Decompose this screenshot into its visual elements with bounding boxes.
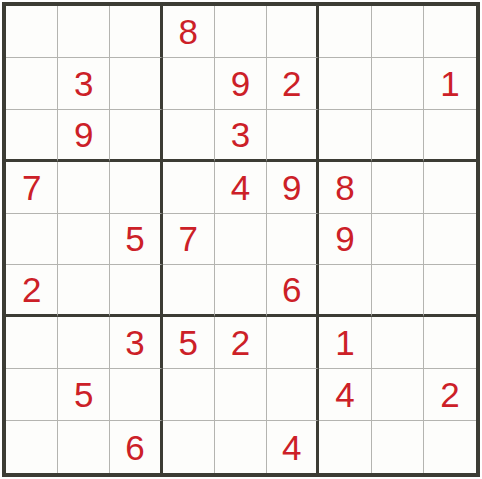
given-digit: 2	[282, 66, 301, 101]
given-digit: 4	[282, 430, 301, 465]
sudoku-cell-r3c3[interactable]	[110, 110, 162, 162]
given-digit: 5	[74, 377, 93, 412]
given-digit: 7	[22, 170, 41, 205]
sudoku-cell-r1c7[interactable]	[319, 6, 371, 58]
sudoku-cell-r7c2[interactable]	[58, 317, 110, 369]
given-digit: 2	[440, 377, 459, 412]
sudoku-cell-r3c9[interactable]	[424, 110, 476, 162]
sudoku-cell-r6c2[interactable]	[58, 265, 110, 317]
sudoku-cell-r4c2[interactable]	[58, 162, 110, 214]
sudoku-cell-r1c5[interactable]	[215, 6, 267, 58]
given-digit: 4	[231, 170, 250, 205]
sudoku-cell-r6c9[interactable]	[424, 265, 476, 317]
sudoku-board: 8392193749857926352154264	[2, 2, 480, 477]
sudoku-cell-r4c9[interactable]	[424, 162, 476, 214]
sudoku-cell-r4c7[interactable]: 8	[319, 162, 371, 214]
sudoku-cell-r9c6[interactable]: 4	[267, 421, 319, 473]
sudoku-cell-r4c1[interactable]: 7	[6, 162, 58, 214]
sudoku-cell-r8c5[interactable]	[215, 369, 267, 421]
sudoku-cell-r2c2[interactable]: 3	[58, 58, 110, 110]
sudoku-cell-r8c3[interactable]	[110, 369, 162, 421]
sudoku-cell-r8c8[interactable]	[372, 369, 424, 421]
sudoku-cell-r9c2[interactable]	[58, 421, 110, 473]
sudoku-cell-r9c3[interactable]: 6	[110, 421, 162, 473]
sudoku-cell-r6c5[interactable]	[215, 265, 267, 317]
sudoku-cell-r3c4[interactable]	[163, 110, 215, 162]
sudoku-cell-r8c2[interactable]: 5	[58, 369, 110, 421]
given-digit: 3	[74, 66, 93, 101]
sudoku-cell-r4c8[interactable]	[372, 162, 424, 214]
sudoku-cell-r1c3[interactable]	[110, 6, 162, 58]
sudoku-cell-r9c9[interactable]	[424, 421, 476, 473]
sudoku-cell-r5c5[interactable]	[215, 214, 267, 266]
sudoku-cell-r2c4[interactable]	[163, 58, 215, 110]
sudoku-cell-r2c6[interactable]: 2	[267, 58, 319, 110]
sudoku-cell-r6c7[interactable]	[319, 265, 371, 317]
sudoku-cell-r9c4[interactable]	[163, 421, 215, 473]
given-digit: 6	[125, 430, 144, 465]
sudoku-cell-r1c4[interactable]: 8	[163, 6, 215, 58]
given-digit: 9	[335, 221, 354, 256]
sudoku-cell-r5c6[interactable]	[267, 214, 319, 266]
sudoku-cell-r7c3[interactable]: 3	[110, 317, 162, 369]
sudoku-cell-r6c4[interactable]	[163, 265, 215, 317]
sudoku-cell-r7c7[interactable]: 1	[319, 317, 371, 369]
sudoku-cell-r3c6[interactable]	[267, 110, 319, 162]
sudoku-cell-r4c6[interactable]: 9	[267, 162, 319, 214]
sudoku-cell-r5c9[interactable]	[424, 214, 476, 266]
sudoku-cell-r4c4[interactable]	[163, 162, 215, 214]
sudoku-cell-r8c4[interactable]	[163, 369, 215, 421]
sudoku-cell-r7c9[interactable]	[424, 317, 476, 369]
sudoku-cell-r9c1[interactable]	[6, 421, 58, 473]
given-digit: 2	[22, 272, 41, 307]
given-digit: 8	[179, 14, 198, 49]
sudoku-cell-r5c7[interactable]: 9	[319, 214, 371, 266]
given-digit: 5	[179, 325, 198, 360]
sudoku-cell-r7c5[interactable]: 2	[215, 317, 267, 369]
given-digit: 1	[335, 325, 354, 360]
sudoku-cell-r7c8[interactable]	[372, 317, 424, 369]
sudoku-cell-r6c6[interactable]: 6	[267, 265, 319, 317]
sudoku-cell-r3c1[interactable]	[6, 110, 58, 162]
sudoku-cell-r9c8[interactable]	[372, 421, 424, 473]
given-digit: 9	[74, 117, 93, 152]
sudoku-cell-r1c6[interactable]	[267, 6, 319, 58]
sudoku-cell-r8c9[interactable]: 2	[424, 369, 476, 421]
sudoku-cell-r7c6[interactable]	[267, 317, 319, 369]
sudoku-cell-r4c5[interactable]: 4	[215, 162, 267, 214]
sudoku-cell-r5c4[interactable]: 7	[163, 214, 215, 266]
sudoku-cell-r2c7[interactable]	[319, 58, 371, 110]
sudoku-cell-r2c3[interactable]	[110, 58, 162, 110]
given-digit: 3	[125, 325, 144, 360]
given-digit: 7	[179, 221, 198, 256]
sudoku-cell-r6c3[interactable]	[110, 265, 162, 317]
sudoku-cell-r3c8[interactable]	[372, 110, 424, 162]
given-digit: 6	[282, 272, 301, 307]
sudoku-cell-r8c6[interactable]	[267, 369, 319, 421]
sudoku-cell-r5c2[interactable]	[58, 214, 110, 266]
given-digit: 8	[335, 170, 354, 205]
given-digit: 2	[231, 325, 250, 360]
sudoku-cell-r2c5[interactable]: 9	[215, 58, 267, 110]
sudoku-cell-r3c5[interactable]: 3	[215, 110, 267, 162]
given-digit: 4	[335, 377, 354, 412]
given-digit: 5	[125, 221, 144, 256]
sudoku-cell-r2c1[interactable]	[6, 58, 58, 110]
sudoku-cell-r9c5[interactable]	[215, 421, 267, 473]
sudoku-cell-r3c7[interactable]	[319, 110, 371, 162]
sudoku-cell-r7c4[interactable]: 5	[163, 317, 215, 369]
sudoku-cell-r5c3[interactable]: 5	[110, 214, 162, 266]
given-digit: 9	[282, 170, 301, 205]
sudoku-cell-r2c9[interactable]: 1	[424, 58, 476, 110]
sudoku-cell-r3c2[interactable]: 9	[58, 110, 110, 162]
sudoku-cell-r1c1[interactable]	[6, 6, 58, 58]
sudoku-cell-r6c8[interactable]	[372, 265, 424, 317]
sudoku-cell-r1c2[interactable]	[58, 6, 110, 58]
sudoku-cell-r5c1[interactable]	[6, 214, 58, 266]
given-digit: 9	[231, 66, 250, 101]
sudoku-cell-r1c8[interactable]	[372, 6, 424, 58]
sudoku-cell-r9c7[interactable]	[319, 421, 371, 473]
sudoku-cell-r8c1[interactable]	[6, 369, 58, 421]
sudoku-cell-r1c9[interactable]	[424, 6, 476, 58]
sudoku-cell-r4c3[interactable]	[110, 162, 162, 214]
sudoku-cell-r5c8[interactable]	[372, 214, 424, 266]
given-digit: 3	[231, 117, 250, 152]
sudoku-cell-r2c8[interactable]	[372, 58, 424, 110]
sudoku-cell-r7c1[interactable]	[6, 317, 58, 369]
sudoku-puzzle: 8392193749857926352154264	[0, 0, 482, 479]
sudoku-cell-r8c7[interactable]: 4	[319, 369, 371, 421]
given-digit: 1	[440, 66, 459, 101]
sudoku-cell-r6c1[interactable]: 2	[6, 265, 58, 317]
